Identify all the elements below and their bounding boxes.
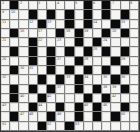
white-cell[interactable] <box>65 112 74 121</box>
white-cell[interactable]: 5 <box>75 1 84 10</box>
clue-number: 35 <box>103 75 107 79</box>
white-cell[interactable]: 14 <box>93 20 102 29</box>
black-cell <box>75 38 84 47</box>
white-cell[interactable]: 18 <box>65 29 74 38</box>
clue-number: 15 <box>121 20 125 24</box>
black-cell <box>47 112 56 121</box>
white-cell[interactable]: 11 <box>1 20 10 29</box>
black-cell <box>10 112 19 121</box>
white-cell[interactable]: 48 <box>29 112 38 121</box>
clue-number: 29 <box>121 57 125 61</box>
black-cell <box>121 85 130 94</box>
white-cell[interactable] <box>75 20 84 29</box>
clue-number: 30 <box>20 66 24 70</box>
black-cell <box>93 112 102 121</box>
white-cell[interactable] <box>29 29 38 38</box>
white-cell[interactable] <box>1 85 10 94</box>
white-cell[interactable] <box>75 47 84 56</box>
clue-number: 31 <box>29 66 33 70</box>
white-cell[interactable] <box>111 103 120 112</box>
black-cell <box>111 112 120 121</box>
clue-number: 52 <box>47 122 51 126</box>
white-cell[interactable]: 30 <box>19 66 28 75</box>
clue-number: 6 <box>93 1 95 5</box>
white-cell[interactable]: 46 <box>102 103 111 112</box>
clue-number: 40 <box>20 94 24 98</box>
white-cell[interactable] <box>84 38 93 47</box>
white-cell[interactable] <box>121 122 130 131</box>
black-cell <box>75 57 84 66</box>
white-cell[interactable]: 35 <box>102 75 111 84</box>
black-cell <box>47 10 56 19</box>
white-cell[interactable]: 29 <box>121 57 130 66</box>
black-cell <box>75 75 84 84</box>
white-cell[interactable] <box>47 29 56 38</box>
white-cell[interactable]: 33 <box>65 75 74 84</box>
white-cell[interactable]: 52 <box>47 122 56 131</box>
white-cell[interactable] <box>93 122 102 131</box>
white-cell[interactable]: 2 <box>19 1 28 10</box>
clue-number: 17 <box>38 29 42 33</box>
white-cell[interactable] <box>130 38 139 47</box>
white-cell[interactable] <box>121 1 130 10</box>
white-cell[interactable] <box>29 122 38 131</box>
black-cell <box>111 75 120 84</box>
clue-number: 48 <box>29 112 33 116</box>
white-cell[interactable]: 49 <box>56 112 65 121</box>
white-cell[interactable]: 50 <box>121 112 130 121</box>
clue-number: 2 <box>20 1 22 5</box>
black-cell <box>47 47 56 56</box>
white-cell[interactable] <box>47 38 56 47</box>
clue-number: 38 <box>103 85 107 89</box>
clue-number: 19 <box>84 29 88 33</box>
white-cell[interactable] <box>19 122 28 131</box>
white-cell[interactable]: 36 <box>121 75 130 84</box>
clue-number: 34 <box>84 75 88 79</box>
white-cell[interactable]: 51 <box>1 122 10 131</box>
white-cell[interactable] <box>56 94 65 103</box>
white-cell[interactable]: 44 <box>38 103 47 112</box>
clue-number: 25 <box>93 47 97 51</box>
white-cell[interactable]: 34 <box>84 75 93 84</box>
white-cell[interactable]: 8 <box>130 1 139 10</box>
white-cell[interactable] <box>121 94 130 103</box>
white-cell[interactable] <box>130 29 139 38</box>
white-cell[interactable]: 26 <box>1 57 10 66</box>
white-cell[interactable] <box>1 112 10 121</box>
white-cell[interactable] <box>130 75 139 84</box>
white-cell[interactable] <box>56 47 65 56</box>
black-cell <box>84 47 93 56</box>
black-cell <box>102 10 111 19</box>
white-cell[interactable] <box>130 47 139 56</box>
clue-number: 7 <box>112 1 114 5</box>
white-cell[interactable]: 10 <box>10 10 19 19</box>
clue-number: 27 <box>57 57 61 61</box>
white-cell[interactable] <box>75 94 84 103</box>
white-cell[interactable]: 12 <box>29 20 38 29</box>
black-cell <box>29 85 38 94</box>
clue-number: 20 <box>112 29 116 33</box>
black-cell <box>47 66 56 75</box>
black-cell <box>111 57 120 66</box>
white-cell[interactable] <box>93 94 102 103</box>
white-cell[interactable]: 31 <box>29 66 38 75</box>
clue-number: 37 <box>57 85 61 89</box>
white-cell[interactable]: 16 <box>19 29 28 38</box>
white-cell[interactable]: 38 <box>102 85 111 94</box>
clue-number: 47 <box>20 112 24 116</box>
black-cell <box>10 29 19 38</box>
white-cell[interactable] <box>93 75 102 84</box>
clue-number: 51 <box>2 122 6 126</box>
white-cell[interactable] <box>19 75 28 84</box>
black-cell <box>47 57 56 66</box>
white-cell[interactable]: 42 <box>111 94 120 103</box>
white-cell[interactable]: 3 <box>38 1 47 10</box>
black-cell <box>75 112 84 121</box>
black-cell <box>75 29 84 38</box>
clue-number: 32 <box>2 75 6 79</box>
clue-number: 33 <box>66 75 70 79</box>
white-cell[interactable] <box>10 38 19 47</box>
white-cell[interactable] <box>102 112 111 121</box>
white-cell[interactable]: 22 <box>38 38 47 47</box>
white-cell[interactable] <box>93 66 102 75</box>
black-cell <box>75 85 84 94</box>
black-cell <box>10 94 19 103</box>
clue-number: 18 <box>66 29 70 33</box>
white-cell[interactable] <box>47 103 56 112</box>
white-cell[interactable]: 27 <box>56 57 65 66</box>
black-cell <box>121 47 130 56</box>
white-cell[interactable] <box>93 29 102 38</box>
white-cell[interactable] <box>38 85 47 94</box>
white-cell[interactable] <box>93 10 102 19</box>
white-cell[interactable] <box>84 122 93 131</box>
white-cell[interactable]: 28 <box>84 57 93 66</box>
white-cell[interactable] <box>130 66 139 75</box>
clue-number: 10 <box>11 10 15 14</box>
clue-number: 49 <box>57 112 61 116</box>
white-cell[interactable]: 40 <box>19 94 28 103</box>
white-cell[interactable]: 25 <box>93 47 102 56</box>
white-cell[interactable] <box>75 66 84 75</box>
white-cell[interactable] <box>1 47 10 56</box>
black-cell <box>29 47 38 56</box>
white-cell[interactable]: 43 <box>1 103 10 112</box>
clue-number: 50 <box>121 112 125 116</box>
white-cell[interactable] <box>56 122 65 131</box>
white-cell[interactable] <box>47 1 56 10</box>
white-cell[interactable] <box>84 112 93 121</box>
white-cell[interactable] <box>65 38 74 47</box>
clue-number: 44 <box>38 103 42 107</box>
clue-number: 9 <box>2 10 4 14</box>
white-cell[interactable] <box>130 20 139 29</box>
white-cell[interactable]: 19 <box>84 29 93 38</box>
white-cell[interactable] <box>130 122 139 131</box>
clue-number: 28 <box>84 57 88 61</box>
clue-number: 45 <box>84 103 88 107</box>
white-cell[interactable]: 4 <box>56 1 65 10</box>
white-cell[interactable] <box>47 75 56 84</box>
white-cell[interactable] <box>10 103 19 112</box>
white-cell[interactable] <box>10 75 19 84</box>
black-cell <box>56 75 65 84</box>
white-cell[interactable] <box>130 94 139 103</box>
white-cell[interactable]: 23 <box>56 38 65 47</box>
black-cell <box>84 1 93 10</box>
white-cell[interactable] <box>29 94 38 103</box>
black-cell <box>93 85 102 94</box>
black-cell <box>38 122 47 131</box>
clue-number: 3 <box>38 1 40 5</box>
clue-number: 39 <box>112 85 116 89</box>
white-cell[interactable]: 15 <box>121 20 130 29</box>
clue-number: 36 <box>121 75 125 79</box>
black-cell <box>65 47 74 56</box>
clue-number: 21 <box>2 38 6 42</box>
white-cell[interactable] <box>102 122 111 131</box>
black-cell <box>121 10 130 19</box>
white-cell[interactable] <box>102 20 111 29</box>
white-cell[interactable]: 32 <box>1 75 10 84</box>
clue-number: 46 <box>103 103 107 107</box>
black-cell <box>65 122 74 131</box>
white-cell[interactable] <box>10 57 19 66</box>
white-cell[interactable] <box>130 112 139 121</box>
black-cell <box>10 66 19 75</box>
white-cell[interactable] <box>111 10 120 19</box>
white-cell[interactable] <box>130 85 139 94</box>
white-cell[interactable] <box>19 10 28 19</box>
clue-number: 22 <box>38 38 42 42</box>
white-cell[interactable] <box>111 66 120 75</box>
white-cell[interactable] <box>130 10 139 19</box>
black-cell <box>102 47 111 56</box>
white-cell[interactable]: 45 <box>84 103 93 112</box>
clue-number: 12 <box>29 20 33 24</box>
white-cell[interactable] <box>130 103 139 112</box>
white-cell[interactable] <box>38 66 47 75</box>
clue-number: 4 <box>57 1 59 5</box>
white-cell[interactable]: 24 <box>102 38 111 47</box>
black-cell <box>29 38 38 47</box>
white-cell[interactable] <box>111 122 120 131</box>
black-cell <box>10 47 19 56</box>
clue-number: 26 <box>2 57 6 61</box>
white-cell[interactable] <box>65 57 74 66</box>
white-cell[interactable] <box>38 57 47 66</box>
black-cell <box>75 103 84 112</box>
white-cell[interactable] <box>65 85 74 94</box>
white-cell[interactable] <box>38 112 47 121</box>
black-cell <box>10 85 19 94</box>
black-cell <box>65 10 74 19</box>
white-cell[interactable]: 47 <box>19 112 28 121</box>
white-cell[interactable] <box>84 85 93 94</box>
black-cell <box>84 10 93 19</box>
clue-number: 13 <box>47 20 51 24</box>
clue-number: 1 <box>2 1 4 5</box>
white-cell[interactable] <box>111 47 120 56</box>
white-cell[interactable]: 53 <box>75 122 84 131</box>
clue-number: 41 <box>47 94 51 98</box>
crossword-board: 1234567891011121314151617181920212223242… <box>0 0 140 132</box>
white-cell[interactable] <box>130 57 139 66</box>
black-cell <box>38 75 47 84</box>
clue-number: 43 <box>2 103 6 107</box>
white-cell[interactable] <box>19 47 28 56</box>
white-cell[interactable] <box>10 20 19 29</box>
white-cell[interactable] <box>93 57 102 66</box>
white-cell[interactable]: 41 <box>47 94 56 103</box>
white-cell[interactable] <box>65 94 74 103</box>
clue-number: 42 <box>112 94 116 98</box>
white-cell[interactable] <box>29 75 38 84</box>
black-cell <box>121 29 130 38</box>
white-cell[interactable] <box>19 38 28 47</box>
white-cell[interactable]: 9 <box>1 10 10 19</box>
white-cell[interactable] <box>102 57 111 66</box>
white-cell[interactable] <box>111 38 120 47</box>
clue-number: 8 <box>130 1 132 5</box>
clue-number: 16 <box>20 29 24 33</box>
white-cell[interactable] <box>56 10 65 19</box>
white-cell[interactable] <box>65 103 74 112</box>
white-cell[interactable]: 20 <box>111 29 120 38</box>
white-cell[interactable]: 7 <box>111 1 120 10</box>
white-cell[interactable] <box>38 10 47 19</box>
white-cell[interactable]: 13 <box>47 20 56 29</box>
white-cell[interactable]: 37 <box>56 85 65 94</box>
black-cell <box>93 103 102 112</box>
white-cell[interactable] <box>75 10 84 19</box>
clue-number: 23 <box>57 38 61 42</box>
white-cell[interactable] <box>56 66 65 75</box>
clue-number: 5 <box>75 1 77 5</box>
clue-number: 53 <box>75 122 79 126</box>
white-cell[interactable] <box>65 1 74 10</box>
white-cell[interactable] <box>29 1 38 10</box>
clue-number: 14 <box>93 20 97 24</box>
white-cell[interactable] <box>121 38 130 47</box>
white-cell[interactable] <box>56 20 65 29</box>
white-cell[interactable]: 21 <box>1 38 10 47</box>
clue-number: 24 <box>103 38 107 42</box>
clue-number: 11 <box>2 20 6 24</box>
white-cell[interactable] <box>38 47 47 56</box>
black-cell <box>102 1 111 10</box>
black-cell <box>29 10 38 19</box>
white-cell[interactable]: 6 <box>93 1 102 10</box>
white-cell[interactable] <box>10 122 19 131</box>
